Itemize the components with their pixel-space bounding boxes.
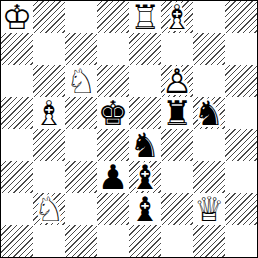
square-c3[interactable] <box>65 161 97 193</box>
square-h2[interactable] <box>225 193 257 225</box>
square-f2[interactable] <box>161 193 193 225</box>
piece-glyph: ♖ <box>129 1 161 33</box>
square-d1[interactable] <box>97 225 129 257</box>
black-knight-icon: ♞♞ <box>129 129 161 161</box>
square-e7[interactable] <box>129 33 161 65</box>
square-e1[interactable] <box>129 225 161 257</box>
piece-fill-layer: ♟ <box>97 161 129 193</box>
piece-glyph: ♝ <box>129 161 161 193</box>
black-bishop-icon: ♝♝ <box>129 161 161 193</box>
square-f4[interactable] <box>161 129 193 161</box>
square-h6[interactable] <box>225 65 257 97</box>
piece-glyph: ♔ <box>1 1 33 33</box>
square-c8[interactable] <box>65 1 97 33</box>
square-h1[interactable] <box>225 225 257 257</box>
piece-fill-layer: ♟ <box>161 65 193 97</box>
piece-fill-layer: ♞ <box>129 129 161 161</box>
square-f1[interactable] <box>161 225 193 257</box>
black-knight-icon: ♞♞ <box>193 97 225 129</box>
square-d2[interactable] <box>97 193 129 225</box>
square-b8[interactable] <box>33 1 65 33</box>
piece-fill-layer: ♚ <box>97 97 129 129</box>
piece-glyph: ♘ <box>33 193 65 225</box>
square-a3[interactable] <box>1 161 33 193</box>
square-c4[interactable] <box>65 129 97 161</box>
square-a6[interactable] <box>1 65 33 97</box>
piece-glyph: ♘ <box>65 65 97 97</box>
square-b6[interactable] <box>33 65 65 97</box>
piece-fill-layer: ♜ <box>161 97 193 129</box>
white-bishop-icon: ♝♗ <box>33 97 65 129</box>
white-knight-icon: ♞♘ <box>65 65 97 97</box>
square-a7[interactable] <box>1 33 33 65</box>
piece-fill-layer: ♝ <box>129 161 161 193</box>
square-h4[interactable] <box>225 129 257 161</box>
square-f8[interactable]: ♝♗ <box>161 1 193 33</box>
square-g5[interactable]: ♞♞ <box>193 97 225 129</box>
piece-fill-layer: ♞ <box>65 65 97 97</box>
square-d5[interactable]: ♚♚ <box>97 97 129 129</box>
square-e4[interactable]: ♞♞ <box>129 129 161 161</box>
square-a2[interactable] <box>1 193 33 225</box>
square-g2[interactable]: ♛♕ <box>193 193 225 225</box>
square-e3[interactable]: ♝♝ <box>129 161 161 193</box>
square-d7[interactable] <box>97 33 129 65</box>
piece-fill-layer: ♝ <box>161 1 193 33</box>
piece-glyph: ♗ <box>161 1 193 33</box>
square-a1[interactable] <box>1 225 33 257</box>
white-king-icon: ♚♔ <box>1 1 33 33</box>
square-c5[interactable] <box>65 97 97 129</box>
square-b3[interactable] <box>33 161 65 193</box>
square-e6[interactable] <box>129 65 161 97</box>
piece-fill-layer: ♝ <box>129 193 161 225</box>
square-b5[interactable]: ♝♗ <box>33 97 65 129</box>
chess-diagram: ♚♔♜♖♝♗♞♘♟♙♝♗♚♚♜♜♞♞♞♞♟♟♝♝♞♘♝♝♛♕ <box>0 0 258 258</box>
square-a8[interactable]: ♚♔ <box>1 1 33 33</box>
white-pawn-icon: ♟♙ <box>161 65 193 97</box>
piece-glyph: ♞ <box>129 129 161 161</box>
square-h3[interactable] <box>225 161 257 193</box>
square-f3[interactable] <box>161 161 193 193</box>
square-b1[interactable] <box>33 225 65 257</box>
white-rook-icon: ♜♖ <box>129 1 161 33</box>
black-pawn-icon: ♟♟ <box>97 161 129 193</box>
piece-glyph: ♟ <box>97 161 129 193</box>
square-b4[interactable] <box>33 129 65 161</box>
black-bishop-icon: ♝♝ <box>129 193 161 225</box>
square-d3[interactable]: ♟♟ <box>97 161 129 193</box>
square-f6[interactable]: ♟♙ <box>161 65 193 97</box>
piece-fill-layer: ♜ <box>129 1 161 33</box>
square-g3[interactable] <box>193 161 225 193</box>
piece-fill-layer: ♛ <box>193 193 225 225</box>
square-g1[interactable] <box>193 225 225 257</box>
piece-glyph: ♚ <box>97 97 129 129</box>
square-e5[interactable] <box>129 97 161 129</box>
piece-glyph: ♕ <box>193 193 225 225</box>
square-e2[interactable]: ♝♝ <box>129 193 161 225</box>
square-h8[interactable] <box>225 1 257 33</box>
square-c7[interactable] <box>65 33 97 65</box>
white-knight-icon: ♞♘ <box>33 193 65 225</box>
square-e8[interactable]: ♜♖ <box>129 1 161 33</box>
square-a5[interactable] <box>1 97 33 129</box>
piece-glyph: ♞ <box>193 97 225 129</box>
square-c2[interactable] <box>65 193 97 225</box>
white-bishop-icon: ♝♗ <box>161 1 193 33</box>
square-b2[interactable]: ♞♘ <box>33 193 65 225</box>
square-f5[interactable]: ♜♜ <box>161 97 193 129</box>
square-g7[interactable] <box>193 33 225 65</box>
square-g6[interactable] <box>193 65 225 97</box>
square-b7[interactable] <box>33 33 65 65</box>
square-a4[interactable] <box>1 129 33 161</box>
square-f7[interactable] <box>161 33 193 65</box>
black-rook-icon: ♜♜ <box>161 97 193 129</box>
piece-glyph: ♙ <box>161 65 193 97</box>
black-king-icon: ♚♚ <box>97 97 129 129</box>
square-d4[interactable] <box>97 129 129 161</box>
piece-fill-layer: ♞ <box>33 193 65 225</box>
square-d6[interactable] <box>97 65 129 97</box>
piece-fill-layer: ♝ <box>33 97 65 129</box>
piece-glyph: ♜ <box>161 97 193 129</box>
chess-board: ♚♔♜♖♝♗♞♘♟♙♝♗♚♚♜♜♞♞♞♞♟♟♝♝♞♘♝♝♛♕ <box>1 1 257 257</box>
square-h5[interactable] <box>225 97 257 129</box>
piece-glyph: ♗ <box>33 97 65 129</box>
white-queen-icon: ♛♕ <box>193 193 225 225</box>
square-c6[interactable]: ♞♘ <box>65 65 97 97</box>
piece-fill-layer: ♚ <box>1 1 33 33</box>
piece-fill-layer: ♞ <box>193 97 225 129</box>
piece-glyph: ♝ <box>129 193 161 225</box>
square-d8[interactable] <box>97 1 129 33</box>
square-h7[interactable] <box>225 33 257 65</box>
square-g4[interactable] <box>193 129 225 161</box>
square-c1[interactable] <box>65 225 97 257</box>
square-g8[interactable] <box>193 1 225 33</box>
